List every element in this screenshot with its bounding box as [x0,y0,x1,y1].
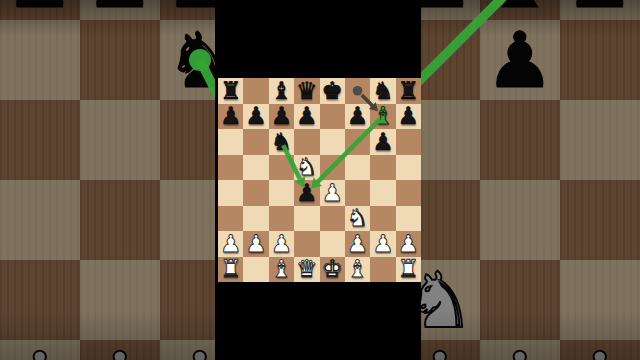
square-b3 [243,206,268,232]
square-b6 [243,129,268,155]
piece-white-rook: ♜ [220,257,242,281]
square-c8: ♝ [269,78,294,104]
square-c4 [269,180,294,206]
square-e4: ♟ [320,180,345,206]
square-e7 [320,104,345,130]
piece-white-pawn: ♟ [271,232,293,256]
piece-white-rook: ♜ [398,257,420,281]
square-a6 [218,129,243,155]
square-a7: ♟ [218,104,243,130]
square-h1: ♜ [396,257,421,283]
piece-black-pawn: ♟ [398,104,420,128]
piece-white-pawn: ♟ [220,232,242,256]
square-g5 [370,155,395,181]
piece-white-bishop: ♝ [271,257,293,281]
square-d2 [294,231,319,257]
square-e2 [320,231,345,257]
piece-white-pawn: ♟ [321,181,343,205]
square-h8: ♜ [396,78,421,104]
piece-black-rook: ♜ [220,79,242,103]
piece-white-queen: ♛ [296,257,318,281]
piece-black-pawn: ♟ [372,130,394,154]
piece-white-pawn: ♟ [347,232,369,256]
piece-white-pawn: ♟ [398,232,420,256]
square-e5 [320,155,345,181]
square-h7: ♟ [396,104,421,130]
piece-white-pawn: ♟ [245,232,267,256]
square-b1 [243,257,268,283]
square-d1: ♛ [294,257,319,283]
piece-black-king: ♚ [321,79,343,103]
square-g1 [370,257,395,283]
square-d4: ♟ [294,180,319,206]
piece-white-pawn: ♟ [372,232,394,256]
piece-black-pawn: ♟ [347,104,369,128]
piece-white-bishop: ♝ [347,257,369,281]
square-g6: ♟ [370,129,395,155]
square-g3 [370,206,395,232]
square-a8: ♜ [218,78,243,104]
piece-white-knight: ♞ [296,155,318,179]
piece-black-pawn: ♟ [296,104,318,128]
square-f3: ♞ [345,206,370,232]
square-b4 [243,180,268,206]
piece-black-rook: ♜ [398,79,420,103]
square-c2: ♟ [269,231,294,257]
square-g2: ♟ [370,231,395,257]
square-a2: ♟ [218,231,243,257]
square-a1: ♜ [218,257,243,283]
square-h3 [396,206,421,232]
square-h4 [396,180,421,206]
square-b8 [243,78,268,104]
square-b2: ♟ [243,231,268,257]
square-e8: ♚ [320,78,345,104]
square-f6 [345,129,370,155]
piece-white-knight: ♞ [347,206,369,230]
piece-black-knight: ♞ [271,130,293,154]
square-h5 [396,155,421,181]
square-c3 [269,206,294,232]
chess-board-inset: ♜♝♛♚♞♜♟♟♟♟♟♝♟♞♟♞♟♟♞♟♟♟♟♟♟♜♝♛♚♝♜ [218,78,421,282]
square-g8: ♞ [370,78,395,104]
piece-black-knight: ♞ [372,79,394,103]
square-e1: ♚ [320,257,345,283]
piece-black-bishop: ♝ [372,104,394,128]
chess-video-frame: ♟♟♟♟♟♝♟♞♟♞♟♟♞♟♟♟♟♟♟♜♝♛♚♝♜ ♜♝♛♚♞♜♟♟♟♟♟♝♟♞… [0,0,640,360]
square-d6 [294,129,319,155]
piece-black-pawn: ♟ [220,104,242,128]
square-b5 [243,155,268,181]
piece-black-queen: ♛ [296,79,318,103]
square-d7: ♟ [294,104,319,130]
square-g7: ♝ [370,104,395,130]
square-f7: ♟ [345,104,370,130]
square-h6 [396,129,421,155]
square-c6: ♞ [269,129,294,155]
square-f4 [345,180,370,206]
square-e6 [320,129,345,155]
square-c7: ♟ [269,104,294,130]
square-d5: ♞ [294,155,319,181]
square-f1: ♝ [345,257,370,283]
square-f5 [345,155,370,181]
square-a4 [218,180,243,206]
square-d3 [294,206,319,232]
square-a5 [218,155,243,181]
square-c5 [269,155,294,181]
square-g4 [370,180,395,206]
square-c1: ♝ [269,257,294,283]
piece-black-pawn: ♟ [271,104,293,128]
square-e3 [320,206,345,232]
square-a3 [218,206,243,232]
square-d8: ♛ [294,78,319,104]
piece-white-king: ♚ [321,257,343,281]
square-f2: ♟ [345,231,370,257]
piece-black-bishop: ♝ [271,79,293,103]
piece-black-pawn: ♟ [296,181,318,205]
square-f8 [345,78,370,104]
square-h2: ♟ [396,231,421,257]
piece-black-pawn: ♟ [245,104,267,128]
square-b7: ♟ [243,104,268,130]
